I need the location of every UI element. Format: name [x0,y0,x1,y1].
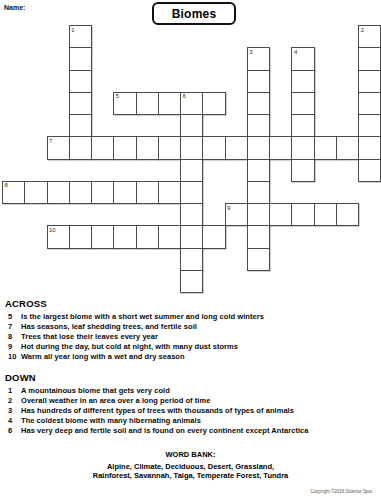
word-bank-header: WORD BANK: [0,450,381,459]
grid-cell[interactable] [202,92,225,115]
grid-cell[interactable] [69,114,92,137]
grid-cell[interactable] [136,181,159,204]
grid-cell[interactable] [69,136,92,159]
clue-item-text: Trees that lose their leaves every year [21,332,377,342]
grid-cell[interactable] [69,92,92,115]
grid-cell[interactable] [91,136,114,159]
down-header: DOWN [5,372,377,383]
grid-cell[interactable] [247,181,270,204]
grid-cell[interactable]: 8 [2,181,25,204]
grid-cell[interactable] [158,225,181,248]
grid-cell[interactable] [358,159,381,182]
grid-cell[interactable] [180,159,203,182]
down-clue: 2Overall weather in an area over a long … [5,396,377,406]
clue-number: 9 [227,205,230,211]
grid-cell[interactable] [225,136,248,159]
grid-cell[interactable] [247,248,270,271]
grid-cell[interactable] [336,203,359,226]
across-clue: 10Warm all year long with a wet and dry … [5,352,377,362]
clue-item-number: 9 [5,342,21,352]
across-clue: 8Trees that lose their leaves every year [5,332,377,342]
grid-cell[interactable] [358,70,381,93]
down-clue: 4The coldest biome with many hibernating… [5,416,377,426]
grid-cell[interactable] [136,92,159,115]
grid-cell[interactable] [24,181,47,204]
grid-cell[interactable] [202,225,225,248]
clue-item-number: 3 [5,406,21,416]
clue-number: 8 [5,182,8,188]
across-clue: 7Has seasons, leaf shedding trees, and f… [5,322,377,332]
name-label: Name: [4,4,25,11]
grid-cell[interactable] [180,270,203,293]
clue-number: 6 [183,93,186,99]
down-clue-list: 1A mountainous biome that gets very cold… [5,386,377,436]
clue-item-number: 4 [5,416,21,426]
grid-cell[interactable] [113,225,136,248]
grid-cell[interactable] [180,114,203,137]
grid-cell[interactable] [336,136,359,159]
across-section: ACROSS 5Is the largest biome with a shor… [5,298,377,362]
grid-cell[interactable] [91,225,114,248]
down-clue: 6Has very deep and fertile soil and is f… [5,426,377,436]
grid-cell[interactable]: 2 [358,25,381,48]
grid-cell[interactable] [358,47,381,70]
grid-cell[interactable] [358,136,381,159]
grid-cell[interactable] [291,114,314,137]
grid-cell[interactable] [291,70,314,93]
across-clue: 9Hot during the day, but cold at night, … [5,342,377,352]
clue-item-number: 5 [5,312,21,322]
grid-cell[interactable] [91,181,114,204]
grid-cell[interactable]: 5 [113,92,136,115]
across-header: ACROSS [5,298,377,309]
grid-cell[interactable] [158,181,181,204]
grid-cell[interactable] [247,136,270,159]
grid-cell[interactable] [47,181,70,204]
grid-cell[interactable] [314,136,337,159]
grid-cell[interactable]: 9 [225,203,248,226]
clue-item-text: Has seasons, leaf shedding trees, and fe… [21,322,377,332]
clue-item-text: Has hundreds of different types of trees… [21,406,377,416]
clue-item-text: Hot during the day, but cold at night, w… [21,342,377,352]
across-clue-list: 5Is the largest biome with a short wet s… [5,312,377,362]
grid-cell[interactable]: 1 [69,25,92,48]
clue-item-number: 1 [5,386,21,396]
grid-cell[interactable] [69,47,92,70]
grid-cell[interactable] [136,225,159,248]
clue-item-number: 6 [5,426,21,436]
clue-number: 7 [49,138,52,144]
clue-number: 2 [361,27,364,33]
clue-number: 4 [294,49,297,55]
grid-cell[interactable] [180,181,203,204]
grid-cell[interactable] [247,70,270,93]
grid-cell[interactable] [180,248,203,271]
grid-cell[interactable] [113,136,136,159]
grid-cell[interactable] [247,92,270,115]
grid-cell[interactable] [180,203,203,226]
page-title: Biomes [172,7,217,21]
grid-cell[interactable]: 7 [47,136,70,159]
word-bank-line-2: Rainforest, Savannah, Taiga, Temperate F… [0,471,381,480]
grid-cell[interactable] [314,203,337,226]
grid-cell[interactable] [269,136,292,159]
grid-cell[interactable] [291,203,314,226]
across-clue: 5Is the largest biome with a short wet s… [5,312,377,322]
clue-item-number: 10 [5,352,21,362]
grid-cell[interactable]: 3 [247,47,270,70]
clue-number: 5 [116,93,119,99]
clue-item-text: Is the largest biome with a short wet su… [21,312,377,322]
grid-cell[interactable] [247,159,270,182]
grid-cell[interactable] [158,136,181,159]
grid-cell[interactable] [180,136,203,159]
clue-item-text: Warm all year long with a wet and dry se… [21,352,377,362]
grid-cell[interactable] [158,92,181,115]
grid-cell[interactable] [247,225,270,248]
clue-number: 1 [71,27,74,33]
copyright-text: Copyright ©2016 Science Spot [310,489,372,494]
title-box: Biomes [152,2,236,25]
grid-cell[interactable] [202,136,225,159]
clue-item-number: 7 [5,322,21,332]
word-bank: WORD BANK: Alpine, Climate, Deciduous, D… [0,450,381,480]
down-clue: 1A mountainous biome that gets very cold [5,386,377,396]
clue-number: 10 [49,227,56,233]
clue-item-number: 8 [5,332,21,342]
grid-cell[interactable] [136,136,159,159]
grid-cell[interactable]: 6 [180,92,203,115]
grid-cell[interactable] [291,136,314,159]
grid-cell[interactable] [358,92,381,115]
clue-item-text: The coldest biome with many hibernating … [21,416,377,426]
clue-number: 3 [249,49,252,55]
grid-cell[interactable] [247,114,270,137]
crossword-grid: 12345678910 [2,25,381,294]
clue-item-text: Overall weather in an area over a long p… [21,396,377,406]
grid-cell[interactable] [180,225,203,248]
grid-cell[interactable] [69,70,92,93]
clue-item-text: Has very deep and fertile soil and is fo… [21,426,377,436]
down-section: DOWN 1A mountainous biome that gets very… [5,372,377,436]
grid-cell[interactable] [269,203,292,226]
grid-cell[interactable] [247,203,270,226]
clue-item-number: 2 [5,396,21,406]
down-clue: 3Has hundreds of different types of tree… [5,406,377,416]
grid-cell[interactable] [358,114,381,137]
word-bank-line-1: Alpine, Climate, Deciduous, Desert, Gras… [0,462,381,471]
grid-cell[interactable] [69,181,92,204]
grid-cell[interactable] [291,159,314,182]
worksheet-page: Name: Biomes 12345678910 ACROSS 5Is the … [0,0,381,500]
grid-cell[interactable] [113,181,136,204]
grid-cell[interactable]: 10 [47,225,70,248]
clue-item-text: A mountainous biome that gets very cold [21,386,377,396]
grid-cell[interactable] [291,92,314,115]
grid-cell[interactable]: 4 [291,47,314,70]
grid-cell[interactable] [69,225,92,248]
